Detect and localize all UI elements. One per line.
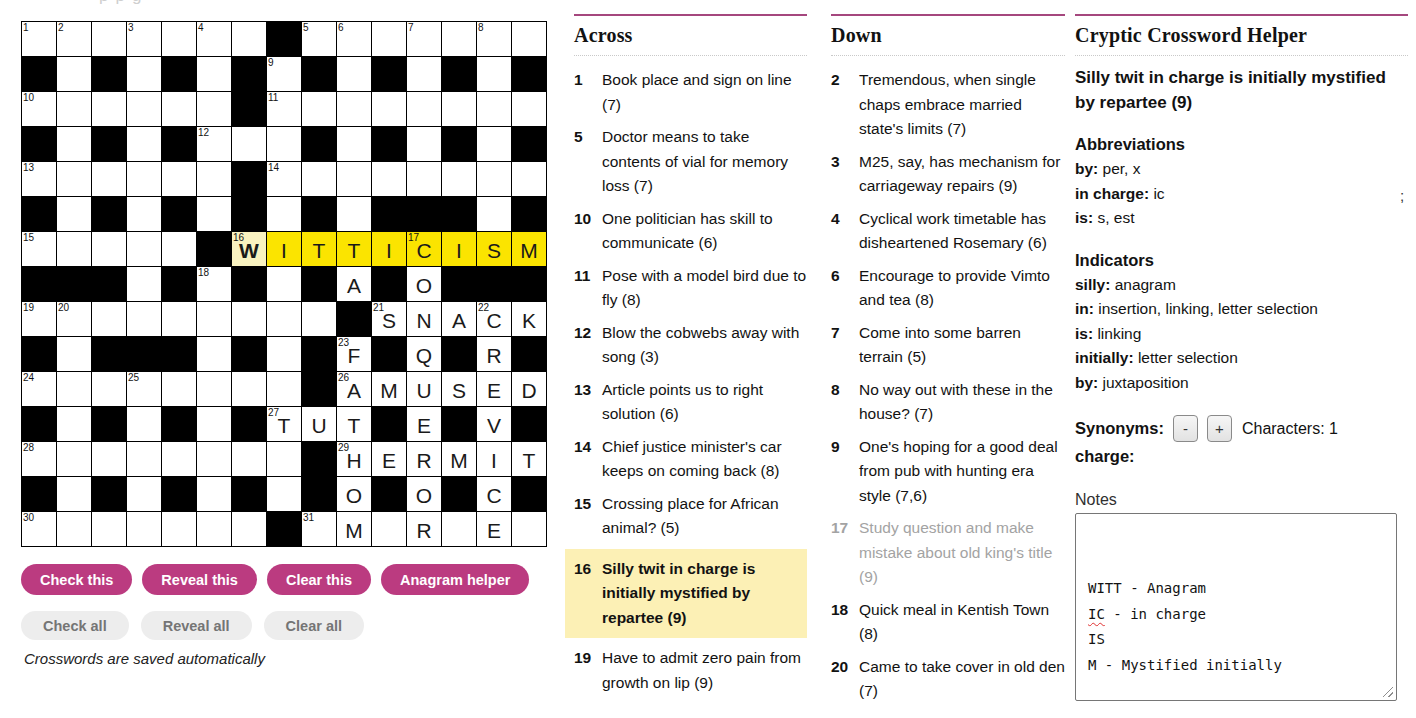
resize-handle-icon[interactable] <box>1382 686 1393 697</box>
crossword-page: ppg 12345678910111213141516WITTI17CISM18… <box>0 0 1416 718</box>
cell-r1c3[interactable] <box>92 22 126 56</box>
cell-r1c10[interactable]: 6 <box>337 22 371 56</box>
cell-r10c7 <box>232 337 266 371</box>
down-clue-18[interactable]: 18Quick meal in Kentish Town (8) <box>831 598 1065 647</box>
cell-r15c3[interactable] <box>92 512 126 546</box>
cell-r15c11[interactable] <box>372 512 406 546</box>
cell-letter: F <box>348 343 361 366</box>
clue-number: 9 <box>831 435 859 509</box>
cell-r3c10[interactable] <box>337 92 371 126</box>
cell-letter: R <box>416 448 431 471</box>
cell-r1c7[interactable] <box>232 22 266 56</box>
cell-r14c6[interactable] <box>197 477 231 511</box>
cell-r9c14[interactable]: 22C <box>477 302 511 336</box>
cell-r10c12[interactable]: Q <box>407 337 441 371</box>
cell-r13c12[interactable]: R <box>407 442 441 476</box>
cell-r1c6[interactable]: 4 <box>197 22 231 56</box>
cell-r15c2[interactable] <box>57 512 91 546</box>
cell-r12c11 <box>372 407 406 441</box>
cell-r4c5 <box>162 127 196 161</box>
cell-r13c11[interactable]: E <box>372 442 406 476</box>
cell-r1c2[interactable]: 2 <box>57 22 91 56</box>
across-clue-13[interactable]: 13Article points us to right solution (6… <box>574 378 807 427</box>
cell-r15c9[interactable]: 31 <box>302 512 336 546</box>
cell-r14c15 <box>512 477 546 511</box>
cell-r14c12[interactable]: O <box>407 477 441 511</box>
cell-r5c7 <box>232 162 266 196</box>
across-clue-5[interactable]: 5Doctor means to take contents of vial f… <box>574 125 807 199</box>
cell-r15c7[interactable] <box>232 512 266 546</box>
cell-r14c14[interactable]: C <box>477 477 511 511</box>
cell-r8c15 <box>512 267 546 301</box>
indicator-is: is: linking <box>1075 322 1408 347</box>
down-clue-2[interactable]: 2Tremendous, when single chaps embrace m… <box>831 68 1065 142</box>
cell-r2c3 <box>92 57 126 91</box>
across-clue-14[interactable]: 14Chief justice minister's car keeps on … <box>574 435 807 484</box>
cell-r3c15[interactable] <box>512 92 546 126</box>
cell-r3c4[interactable] <box>127 92 161 126</box>
cell-letter: E <box>382 448 396 471</box>
cell-r3c5[interactable] <box>162 92 196 126</box>
cell-letter: U <box>416 378 431 401</box>
cell-r8c8[interactable] <box>267 267 301 301</box>
cell-r9c9[interactable] <box>302 302 336 336</box>
divider <box>1075 55 1408 56</box>
cell-r7c14[interactable]: S <box>477 232 511 266</box>
clue-number: 13 <box>574 378 602 427</box>
down-clue-20[interactable]: 20Came to take cover in old den (7) <box>831 655 1065 704</box>
clue-text: Silly twit in charge is initially mystif… <box>602 557 801 631</box>
cell-r3c8[interactable]: 11 <box>267 92 301 126</box>
cell-r14c9 <box>302 477 336 511</box>
cell-letter: T <box>348 413 361 436</box>
cell-r6c4[interactable] <box>127 197 161 231</box>
cell-r6c8[interactable] <box>267 197 301 231</box>
cell-letter: V <box>487 413 501 436</box>
clue-text: Come into some barren terrain (5) <box>859 321 1065 370</box>
cell-r12c3 <box>92 407 126 441</box>
cell-letter: O <box>346 483 362 506</box>
clue-number: 2 <box>831 68 859 142</box>
cell-r14c8[interactable] <box>267 477 301 511</box>
cell-r7c5[interactable] <box>162 232 196 266</box>
cell-r13c3[interactable] <box>92 442 126 476</box>
abbr-in-charge: in charge: ic <box>1075 182 1408 207</box>
cell-r7c2[interactable] <box>57 232 91 266</box>
abbr-by: by: per, x <box>1075 157 1408 182</box>
cell-r11c8[interactable] <box>267 372 301 406</box>
cell-r7c12[interactable]: 17C <box>407 232 441 266</box>
cell-letter: T <box>523 448 536 471</box>
cell-r3c6[interactable] <box>197 92 231 126</box>
cell-r2c12[interactable] <box>407 57 441 91</box>
cell-r15c12[interactable]: R <box>407 512 441 546</box>
cell-number: 20 <box>58 302 69 313</box>
clue-number: 3 <box>831 150 859 199</box>
cell-r8c4[interactable] <box>127 267 161 301</box>
cell-r9c13[interactable]: A <box>442 302 476 336</box>
clue-text: Blow the cobwebs away with song (3) <box>602 321 807 370</box>
cell-r7c1[interactable]: 15 <box>22 232 56 266</box>
cell-letter: M <box>345 518 363 541</box>
cell-number: 2 <box>58 22 64 33</box>
helper-heading: Cryptic Crossword Helper <box>1075 24 1408 46</box>
cell-r10c10[interactable]: 23F <box>337 337 371 371</box>
cell-r3c13[interactable] <box>442 92 476 126</box>
cell-r12c12[interactable]: E <box>407 407 441 441</box>
check-this-button[interactable]: Check this <box>21 564 132 595</box>
cell-number: 4 <box>198 22 204 33</box>
cell-r2c8[interactable]: 9 <box>267 57 301 91</box>
cell-r6c10[interactable] <box>337 197 371 231</box>
abbr-is: is: s, est <box>1075 206 1408 231</box>
cell-r15c10[interactable]: M <box>337 512 371 546</box>
across-clue-11[interactable]: 11Pose with a model bird due to fly (8) <box>574 264 807 313</box>
cell-r8c9 <box>302 267 336 301</box>
clue-text: Study question and make mistake about ol… <box>859 516 1065 590</box>
cell-r9c15[interactable]: K <box>512 302 546 336</box>
clue-text: Encourage to provide Vimto and tea (8) <box>859 264 1065 313</box>
cell-number: 9 <box>268 57 274 68</box>
indicators-list: silly: anagramin: insertion, linking, le… <box>1075 273 1408 396</box>
cell-r1c15[interactable] <box>512 22 546 56</box>
notes-textarea[interactable]: WITT - AnagramIC - in chargeISM - Mystif… <box>1075 513 1397 701</box>
cell-r6c12 <box>407 197 441 231</box>
cell-r1c12[interactable]: 7 <box>407 22 441 56</box>
cell-r14c1 <box>22 477 56 511</box>
cell-r15c8 <box>267 512 301 546</box>
cell-r10c14[interactable]: R <box>477 337 511 371</box>
cell-r11c15[interactable]: D <box>512 372 546 406</box>
cell-r9c11[interactable]: 21S <box>372 302 406 336</box>
cell-r9c1[interactable]: 19 <box>22 302 56 336</box>
cell-r7c7[interactable]: 16W <box>232 232 266 266</box>
cell-r3c3[interactable] <box>92 92 126 126</box>
cell-r15c6[interactable] <box>197 512 231 546</box>
cell-letter: A <box>452 308 466 331</box>
cell-letter: N <box>416 308 431 331</box>
cell-number: 18 <box>198 267 209 278</box>
cell-r3c7 <box>232 92 266 126</box>
down-clue-7[interactable]: 7Come into some barren terrain (5) <box>831 321 1065 370</box>
cell-r2c7 <box>232 57 266 91</box>
cell-number: 31 <box>303 512 314 523</box>
cell-r11c5[interactable] <box>162 372 196 406</box>
cell-r13c10[interactable]: 29H <box>337 442 371 476</box>
cell-r14c4[interactable] <box>127 477 161 511</box>
cell-r5c1[interactable]: 13 <box>22 162 56 196</box>
down-clue-list: 2Tremendous, when single chaps embrace m… <box>831 68 1065 704</box>
cell-r11c13[interactable]: S <box>442 372 476 406</box>
cell-r3c14[interactable] <box>477 92 511 126</box>
cell-r11c14[interactable]: E <box>477 372 511 406</box>
divider <box>831 55 1065 56</box>
clue-text: M25, say, has mechanism for carriageway … <box>859 150 1065 199</box>
synonyms-plus-button[interactable]: + <box>1207 415 1232 442</box>
cell-number: 5 <box>303 22 309 33</box>
clue-text: Doctor means to take contents of vial fo… <box>602 125 807 199</box>
cell-r10c6[interactable] <box>197 337 231 371</box>
cell-r4c6[interactable]: 12 <box>197 127 231 161</box>
cell-r15c15[interactable] <box>512 512 546 546</box>
cell-r1c9[interactable]: 5 <box>302 22 336 56</box>
cell-number: 26 <box>338 372 349 383</box>
cell-r1c1[interactable]: 1 <box>22 22 56 56</box>
cell-r14c3 <box>92 477 126 511</box>
cell-r8c11 <box>372 267 406 301</box>
cell-letter: T <box>278 413 291 436</box>
cell-r10c1 <box>22 337 56 371</box>
cell-r4c8[interactable] <box>267 127 301 161</box>
cell-letter: S <box>487 238 501 261</box>
cell-r6c11 <box>372 197 406 231</box>
cell-r11c12[interactable]: U <box>407 372 441 406</box>
cell-r15c13[interactable] <box>442 512 476 546</box>
down-clue-3[interactable]: 3M25, say, has mechanism for carriageway… <box>831 150 1065 199</box>
cell-r6c3 <box>92 197 126 231</box>
cell-r4c10[interactable] <box>337 127 371 161</box>
down-clue-6[interactable]: 6Encourage to provide Vimto and tea (8) <box>831 264 1065 313</box>
cell-r5c9[interactable] <box>302 162 336 196</box>
cell-r13c8[interactable] <box>267 442 301 476</box>
cell-number: 15 <box>23 232 34 243</box>
cell-r8c14 <box>477 267 511 301</box>
cell-r12c2[interactable] <box>57 407 91 441</box>
clear-all-button[interactable]: Clear all <box>264 611 364 640</box>
cell-r7c10[interactable]: T <box>337 232 371 266</box>
anagram-helper-button[interactable]: Anagram helper <box>381 564 529 595</box>
cell-number: 13 <box>23 162 34 173</box>
cell-r7c11[interactable]: I <box>372 232 406 266</box>
cell-letter: A <box>347 273 361 296</box>
cell-r11c3[interactable] <box>92 372 126 406</box>
cell-r6c6[interactable] <box>197 197 231 231</box>
cell-r10c8[interactable] <box>267 337 301 371</box>
cell-r5c4[interactable] <box>127 162 161 196</box>
down-clue-4[interactable]: 4Cyclical work timetable has disheartene… <box>831 207 1065 256</box>
cell-r1c4[interactable]: 3 <box>127 22 161 56</box>
clue-text: One politician has skill to communicate … <box>602 207 807 256</box>
cell-r5c12[interactable] <box>407 162 441 196</box>
cell-r3c1[interactable]: 10 <box>22 92 56 126</box>
indicator-initially: initially: letter selection <box>1075 346 1408 371</box>
cell-r7c13[interactable]: I <box>442 232 476 266</box>
cell-r12c9[interactable]: U <box>302 407 336 441</box>
cell-r3c9[interactable] <box>302 92 336 126</box>
cell-r5c5[interactable] <box>162 162 196 196</box>
reveal-all-button[interactable]: Reveal all <box>141 611 252 640</box>
cell-r7c3[interactable] <box>92 232 126 266</box>
cell-number: 6 <box>338 22 344 33</box>
cell-r12c14[interactable]: V <box>477 407 511 441</box>
indicators-heading: Indicators <box>1075 248 1408 273</box>
cell-r12c4[interactable] <box>127 407 161 441</box>
cell-r2c2[interactable] <box>57 57 91 91</box>
synonyms-row: Synonyms: - + Characters: 1 <box>1075 415 1408 442</box>
cell-r13c5[interactable] <box>162 442 196 476</box>
cell-r11c6[interactable] <box>197 372 231 406</box>
cell-number: 12 <box>198 127 209 138</box>
cell-r9c5[interactable] <box>162 302 196 336</box>
clue-text: Article points us to right solution (6) <box>602 378 807 427</box>
cell-r9c3[interactable] <box>92 302 126 336</box>
cell-r15c1[interactable]: 30 <box>22 512 56 546</box>
cell-letter: S <box>452 378 466 401</box>
down-clue-9[interactable]: 9One's hoping for a good deal from pub w… <box>831 435 1065 509</box>
cell-r13c14[interactable]: I <box>477 442 511 476</box>
cell-r12c6[interactable] <box>197 407 231 441</box>
cell-r8c1 <box>22 267 56 301</box>
cell-r6c14[interactable] <box>477 197 511 231</box>
cell-r10c9 <box>302 337 336 371</box>
cell-letter: O <box>416 483 432 506</box>
cell-number: 17 <box>408 232 419 243</box>
cell-r5c13[interactable] <box>442 162 476 196</box>
cell-r11c1[interactable]: 24 <box>22 372 56 406</box>
cell-r5c6[interactable] <box>197 162 231 196</box>
cell-r5c2[interactable] <box>57 162 91 196</box>
cell-r5c8[interactable]: 14 <box>267 162 301 196</box>
cell-r13c15[interactable]: T <box>512 442 546 476</box>
cell-number: 14 <box>268 162 279 173</box>
cell-number: 7 <box>408 22 414 33</box>
across-clue-1[interactable]: 1Book place and sign on line (7) <box>574 68 807 117</box>
across-clue-10[interactable]: 10One politician has skill to communicat… <box>574 207 807 256</box>
across-clue-19[interactable]: 19Have to admit zero pain from growth on… <box>574 646 807 695</box>
cell-r11c2[interactable] <box>57 372 91 406</box>
synonyms-minus-button[interactable]: - <box>1173 415 1198 442</box>
cell-r7c8[interactable]: I <box>267 232 301 266</box>
cell-r7c9[interactable]: T <box>302 232 336 266</box>
cell-r3c12[interactable] <box>407 92 441 126</box>
across-clue-15[interactable]: 15Crossing place for African animal? (5) <box>574 492 807 541</box>
cell-number: 21 <box>373 302 384 313</box>
cell-r3c2[interactable] <box>57 92 91 126</box>
cell-r15c4[interactable] <box>127 512 161 546</box>
cell-r4c4[interactable] <box>127 127 161 161</box>
cell-r5c10[interactable] <box>337 162 371 196</box>
cell-r7c4[interactable] <box>127 232 161 266</box>
characters-count-label: Characters: 1 <box>1242 420 1338 438</box>
cell-r11c11[interactable]: M <box>372 372 406 406</box>
cell-r11c7[interactable] <box>232 372 266 406</box>
cell-r13c1[interactable]: 28 <box>22 442 56 476</box>
cell-r10c4 <box>127 337 161 371</box>
across-clue-16[interactable]: 16Silly twit in charge is initially myst… <box>565 549 807 639</box>
cell-r9c6[interactable] <box>197 302 231 336</box>
cell-r2c6[interactable] <box>197 57 231 91</box>
cell-r8c10[interactable]: A <box>337 267 371 301</box>
cell-r8c12[interactable]: O <box>407 267 441 301</box>
cell-r9c7[interactable] <box>232 302 266 336</box>
cell-number: 30 <box>23 512 34 523</box>
cell-r1c13[interactable] <box>442 22 476 56</box>
cell-r9c12[interactable]: N <box>407 302 441 336</box>
helper-current-clue: Silly twit in charge is initially mystif… <box>1075 65 1408 115</box>
cell-r13c2[interactable] <box>57 442 91 476</box>
cell-r12c10[interactable]: T <box>337 407 371 441</box>
cell-r13c13[interactable]: M <box>442 442 476 476</box>
cell-r5c11[interactable] <box>372 162 406 196</box>
check-all-button[interactable]: Check all <box>21 611 129 640</box>
clipped-heading-fragment: ppg <box>99 0 148 6</box>
cell-r13c6[interactable] <box>197 442 231 476</box>
indicator-in: in: insertion, linking, letter selection <box>1075 297 1408 322</box>
cell-r12c8[interactable]: 27T <box>267 407 301 441</box>
cell-r4c7[interactable] <box>232 127 266 161</box>
cell-r5c15[interactable] <box>512 162 546 196</box>
reveal-this-button[interactable]: Reveal this <box>142 564 257 595</box>
cell-r9c4[interactable] <box>127 302 161 336</box>
cell-r2c1 <box>22 57 56 91</box>
cell-r12c15 <box>512 407 546 441</box>
cell-r11c4[interactable]: 25 <box>127 372 161 406</box>
cell-letter: T <box>313 238 326 261</box>
cell-r2c14[interactable] <box>477 57 511 91</box>
cell-r6c2[interactable] <box>57 197 91 231</box>
cell-r4c2[interactable] <box>57 127 91 161</box>
cell-r1c14[interactable]: 8 <box>477 22 511 56</box>
cell-r11c10[interactable]: 26A <box>337 372 371 406</box>
cell-r13c7[interactable] <box>232 442 266 476</box>
across-clue-12[interactable]: 12Blow the cobwebs away with song (3) <box>574 321 807 370</box>
stray-semicolon-text: ; <box>1400 187 1404 204</box>
cell-r2c10[interactable] <box>337 57 371 91</box>
indicator-by: by: juxtaposition <box>1075 371 1408 396</box>
notes-line: WITT - Anagram <box>1088 576 1386 602</box>
cell-r9c8[interactable] <box>267 302 301 336</box>
cell-letter: Q <box>416 343 432 366</box>
crossword-grid: 12345678910111213141516WITTI17CISM18AO19… <box>21 21 547 547</box>
cell-r2c5 <box>162 57 196 91</box>
clear-this-button[interactable]: Clear this <box>267 564 371 595</box>
abbreviations-heading: Abbreviations <box>1075 132 1408 157</box>
cell-r15c5[interactable] <box>162 512 196 546</box>
down-clue-17[interactable]: 17Study question and make mistake about … <box>831 516 1065 590</box>
cell-r3c11[interactable] <box>372 92 406 126</box>
cell-r10c2[interactable] <box>57 337 91 371</box>
cell-r13c4[interactable] <box>127 442 161 476</box>
cell-r14c2[interactable] <box>57 477 91 511</box>
cell-r9c2[interactable]: 20 <box>57 302 91 336</box>
clue-text: Have to admit zero pain from growth on l… <box>602 646 807 695</box>
cell-r12c7 <box>232 407 266 441</box>
cell-r1c5[interactable] <box>162 22 196 56</box>
cell-r15c14[interactable]: E <box>477 512 511 546</box>
cell-letter: I <box>491 448 497 471</box>
cell-r14c10[interactable]: O <box>337 477 371 511</box>
cell-r7c15[interactable]: M <box>512 232 546 266</box>
cell-letter: K <box>522 308 536 331</box>
cell-r2c4[interactable] <box>127 57 161 91</box>
cell-r8c5 <box>162 267 196 301</box>
cell-letter: E <box>487 518 501 541</box>
abbreviations-list: by: per, xin charge: icis: s, est <box>1075 157 1408 231</box>
cell-r4c14[interactable] <box>477 127 511 161</box>
cell-r5c14[interactable] <box>477 162 511 196</box>
cell-r5c3[interactable] <box>92 162 126 196</box>
cell-r1c11[interactable] <box>372 22 406 56</box>
cell-r8c6[interactable]: 18 <box>197 267 231 301</box>
cell-r13c9 <box>302 442 336 476</box>
clue-text: Chief justice minister's car keeps on co… <box>602 435 807 484</box>
primary-button-row: Check thisReveal thisClear thisAnagram h… <box>21 564 529 595</box>
cell-r6c13 <box>442 197 476 231</box>
cell-r4c12[interactable] <box>407 127 441 161</box>
clue-number: 7 <box>831 321 859 370</box>
down-clue-8[interactable]: 8No way out with these in the house? (7) <box>831 378 1065 427</box>
cell-r4c13 <box>442 127 476 161</box>
